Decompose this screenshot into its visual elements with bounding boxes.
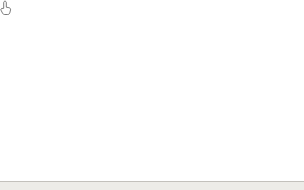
board-coordinates-right <box>218 5 228 178</box>
board-coordinates-left <box>25 5 35 178</box>
app-window <box>0 0 304 190</box>
status-bar <box>0 181 304 190</box>
go-board-grid[interactable] <box>40 5 199 178</box>
hand-cursor-icon <box>0 0 12 16</box>
